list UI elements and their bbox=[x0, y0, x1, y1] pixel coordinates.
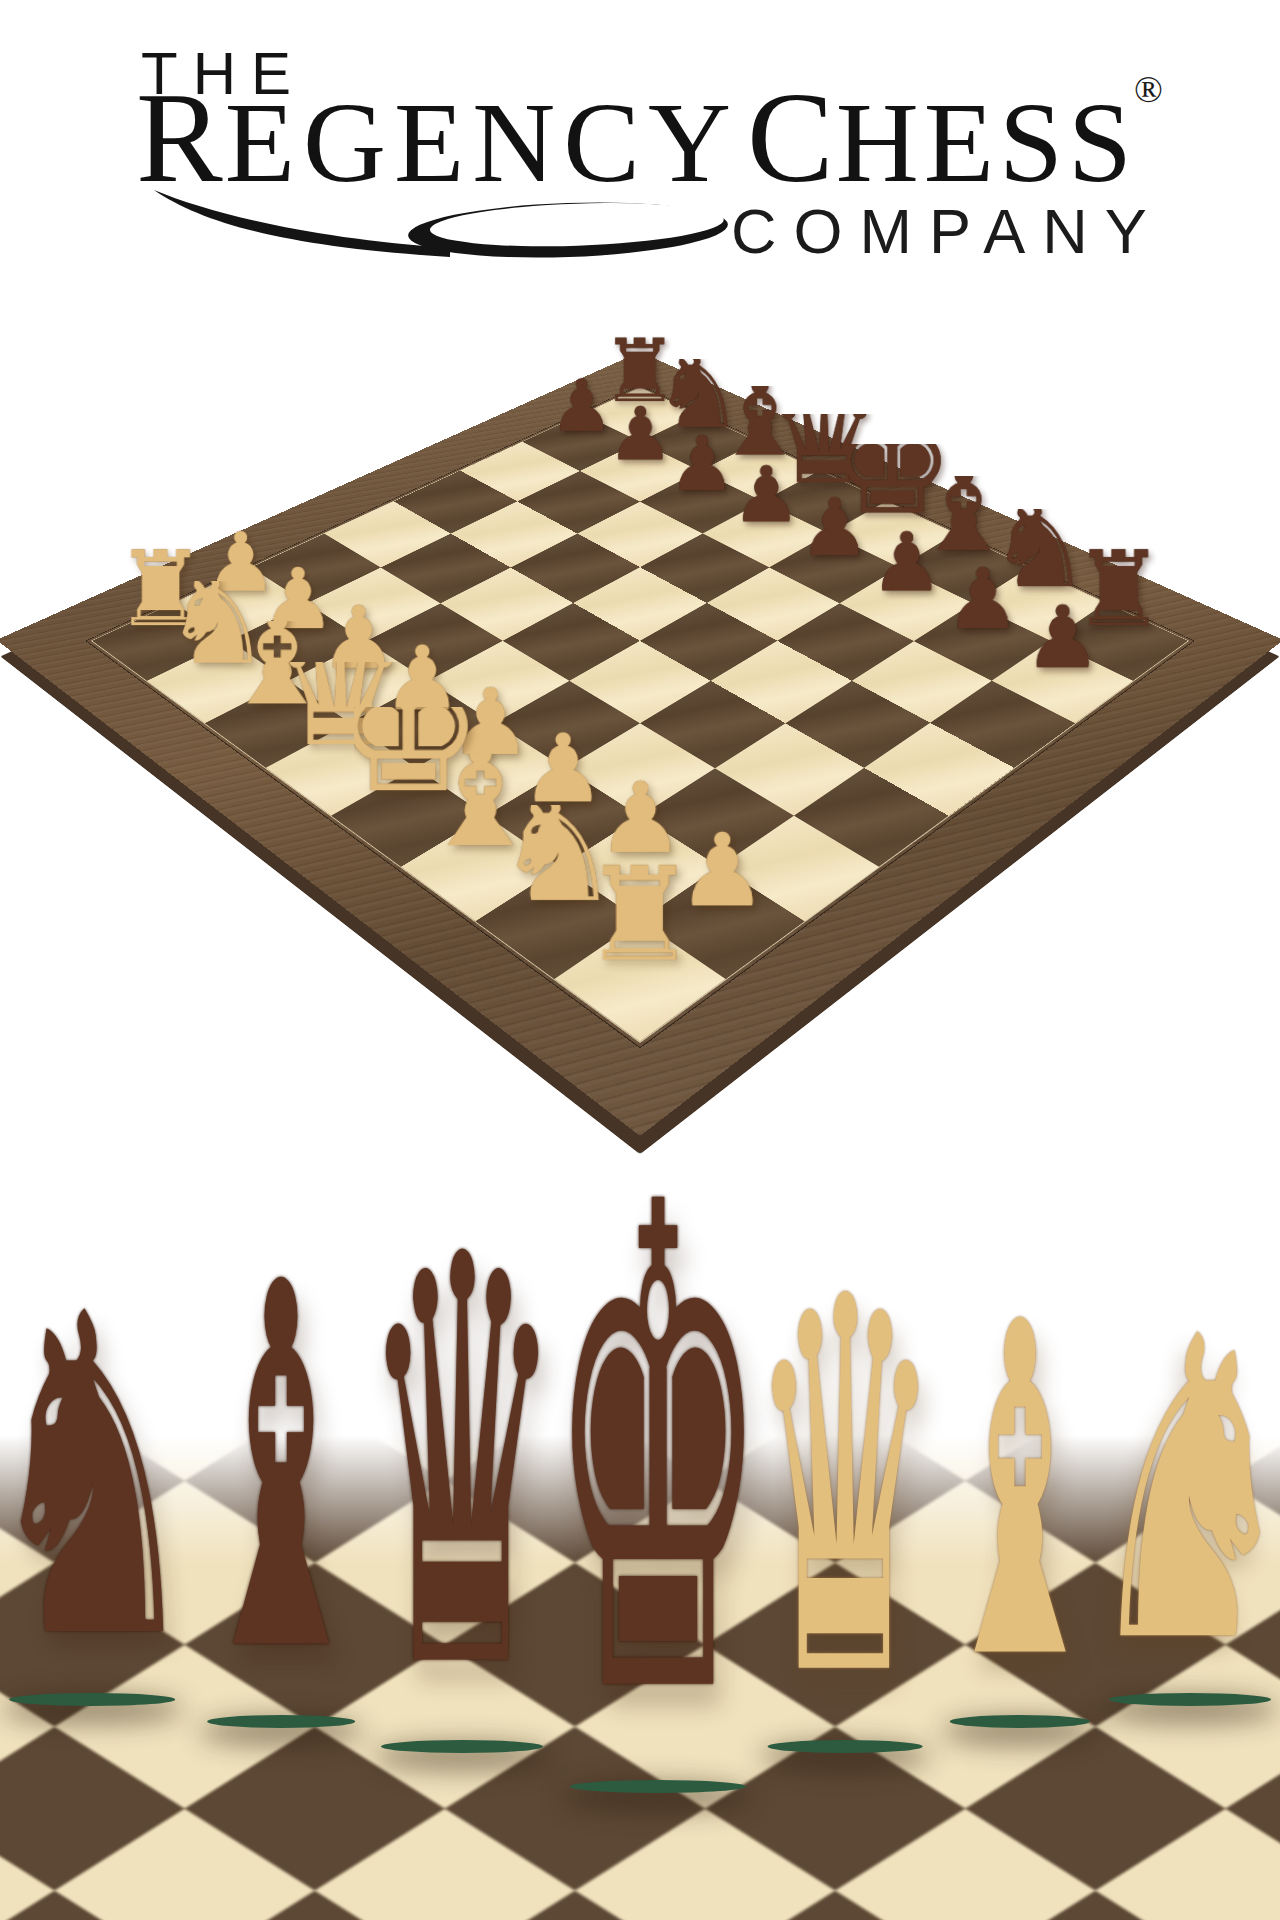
piece-white-knight: ♞ bbox=[168, 581, 268, 681]
square-e7: ♟ bbox=[770, 533, 900, 603]
square-a8: ♜ bbox=[583, 388, 697, 442]
piece-black-pawn: ♟ bbox=[598, 386, 683, 471]
piece-black-king: ♚ bbox=[848, 444, 937, 533]
piece-black-pawn: ♟ bbox=[859, 509, 953, 603]
square-b3 bbox=[307, 567, 440, 640]
square-a6 bbox=[460, 442, 580, 502]
board-grid: ♜♞♝♛♚♝♞♜♟♟♟♟♟♟♟♟♟♟♟♟♟♟♟♟♜♞♝♛♚♝♞♜ bbox=[91, 387, 1189, 1043]
piece-black-pawn: ♟ bbox=[722, 444, 811, 533]
piece-black-rook: ♜ bbox=[600, 333, 681, 414]
square-b5 bbox=[451, 501, 577, 567]
square-b7: ♟ bbox=[580, 442, 700, 502]
square-c8: ♝ bbox=[700, 442, 820, 502]
square-d8: ♛ bbox=[763, 471, 886, 534]
knight-glyph: ♞ bbox=[1081, 1284, 1280, 1700]
square-c6 bbox=[577, 501, 703, 567]
piece-black-knight: ♞ bbox=[657, 359, 740, 442]
square-d5 bbox=[573, 567, 706, 640]
square-a4 bbox=[324, 501, 450, 567]
piece-black-pawn: ♟ bbox=[934, 544, 1031, 641]
square-d7: ♟ bbox=[703, 501, 829, 567]
piece-black-queen: ♛ bbox=[781, 414, 868, 501]
piece-white-rook: ♜ bbox=[112, 544, 209, 641]
piece-white-pawn: ♟ bbox=[193, 509, 287, 603]
square-a2: ♟ bbox=[174, 567, 307, 640]
piece-white-bishop: ♝ bbox=[226, 620, 329, 723]
piece-white-pawn: ♟ bbox=[249, 544, 346, 641]
piece-black-bishop: ♝ bbox=[918, 476, 1010, 568]
square-b6 bbox=[517, 471, 640, 534]
square-b8: ♞ bbox=[640, 414, 757, 471]
square-d6 bbox=[640, 533, 770, 603]
piece-black-pawn: ♟ bbox=[658, 414, 745, 501]
chess-set-photo: ♜♞♝♛♚♝♞♜♟♟♟♟♟♟♟♟♟♟♟♟♟♟♟♟♜♞♝♛♚♝♞♜ bbox=[0, 175, 1280, 1105]
piece-black-pawn: ♟ bbox=[1013, 581, 1113, 681]
registered-trademark-icon: ® bbox=[1134, 70, 1163, 108]
square-g8: ♞ bbox=[973, 567, 1106, 640]
piece-black-pawn: ♟ bbox=[540, 359, 623, 442]
square-e6 bbox=[707, 567, 840, 640]
square-c7: ♟ bbox=[640, 471, 763, 534]
piece-black-pawn: ♟ bbox=[789, 476, 881, 568]
square-a7: ♟ bbox=[523, 414, 640, 471]
piece-black-rook: ♜ bbox=[1071, 544, 1168, 641]
piece-black-knight: ♞ bbox=[992, 509, 1086, 603]
closeup-piece-white-knight: ♞ bbox=[1040, 1475, 1280, 1700]
square-f8: ♝ bbox=[899, 533, 1029, 603]
square-c5 bbox=[510, 533, 640, 603]
square-a3 bbox=[251, 533, 381, 603]
square-a5 bbox=[394, 471, 517, 534]
square-f7: ♟ bbox=[840, 567, 973, 640]
piece-black-bishop: ♝ bbox=[718, 386, 803, 471]
square-c4 bbox=[440, 567, 573, 640]
square-b4 bbox=[381, 533, 511, 603]
piece-white-pawn: ♟ bbox=[308, 581, 408, 681]
square-e8: ♚ bbox=[829, 501, 955, 567]
square-c1: ♝ bbox=[205, 681, 350, 768]
pieces-closeup-photo: ♞♝♛♚♛♝♞ bbox=[0, 980, 1280, 1920]
